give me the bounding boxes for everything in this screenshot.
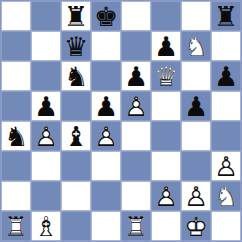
pawn-glyph: ♟ bbox=[181, 91, 211, 121]
square-e8[interactable] bbox=[121, 1, 151, 31]
piece-black-pawn: ♟ bbox=[211, 61, 241, 91]
piece-white-queen: ♛♕ bbox=[151, 61, 181, 91]
square-e1[interactable]: ♜♖ bbox=[121, 211, 151, 241]
square-a5[interactable] bbox=[1, 91, 31, 121]
square-g2[interactable]: ♟♙ bbox=[181, 181, 211, 211]
square-d6[interactable] bbox=[91, 61, 121, 91]
square-a4[interactable]: ♞ bbox=[1, 121, 31, 151]
piece-white-pawn: ♟♙ bbox=[31, 121, 61, 151]
piece-white-pawn: ♟♙ bbox=[181, 181, 211, 211]
square-h7[interactable] bbox=[211, 31, 241, 61]
square-f8[interactable] bbox=[151, 1, 181, 31]
pawn-outline: ♙ bbox=[121, 91, 151, 121]
square-d7[interactable] bbox=[91, 31, 121, 61]
piece-white-pawn: ♟♙ bbox=[151, 181, 181, 211]
piece-black-rook: ♜ bbox=[211, 1, 241, 31]
square-a8[interactable] bbox=[1, 1, 31, 31]
square-a7[interactable] bbox=[1, 31, 31, 61]
square-c5[interactable] bbox=[61, 91, 91, 121]
square-c6[interactable]: ♞ bbox=[61, 61, 91, 91]
square-d2[interactable] bbox=[91, 181, 121, 211]
piece-black-knight: ♞ bbox=[61, 61, 91, 91]
piece-white-knight: ♞♘ bbox=[181, 31, 211, 61]
piece-black-pawn: ♟ bbox=[31, 91, 61, 121]
square-h6[interactable]: ♟ bbox=[211, 61, 241, 91]
square-d1[interactable] bbox=[91, 211, 121, 241]
piece-black-king: ♚ bbox=[91, 1, 121, 31]
piece-white-bishop: ♝♗ bbox=[31, 211, 61, 241]
piece-black-queen: ♛ bbox=[61, 31, 91, 61]
square-d5[interactable]: ♟ bbox=[91, 91, 121, 121]
piece-black-bishop: ♝ bbox=[61, 121, 91, 151]
square-a6[interactable] bbox=[1, 61, 31, 91]
knight-outline: ♘ bbox=[181, 31, 211, 61]
square-e3[interactable] bbox=[121, 151, 151, 181]
pawn-outline: ♙ bbox=[181, 181, 211, 211]
square-g7[interactable]: ♞♘ bbox=[181, 31, 211, 61]
square-b6[interactable] bbox=[31, 61, 61, 91]
square-b7[interactable] bbox=[31, 31, 61, 61]
square-d4[interactable]: ♟♙ bbox=[91, 121, 121, 151]
square-h5[interactable] bbox=[211, 91, 241, 121]
square-f6[interactable]: ♛♕ bbox=[151, 61, 181, 91]
square-b2[interactable] bbox=[31, 181, 61, 211]
square-h3[interactable]: ♟♙ bbox=[211, 151, 241, 181]
square-g4[interactable] bbox=[181, 121, 211, 151]
square-e6[interactable]: ♟ bbox=[121, 61, 151, 91]
piece-white-rook: ♜♖ bbox=[121, 211, 151, 241]
square-e5[interactable]: ♟♙ bbox=[121, 91, 151, 121]
piece-black-pawn: ♟ bbox=[121, 61, 151, 91]
pawn-outline: ♙ bbox=[211, 151, 241, 181]
square-f3[interactable] bbox=[151, 151, 181, 181]
square-h1[interactable] bbox=[211, 211, 241, 241]
square-a2[interactable] bbox=[1, 181, 31, 211]
square-b5[interactable]: ♟ bbox=[31, 91, 61, 121]
square-a1[interactable]: ♜♖ bbox=[1, 211, 31, 241]
chess-board: ♜♚♜♛♟♞♘♞♟♛♕♟♟♟♟♙♟♞♟♙♝♟♙♟♙♟♙♟♙♞♘♜♖♝♗♜♖♚♔ bbox=[0, 0, 242, 242]
knight-outline: ♘ bbox=[211, 181, 241, 211]
pawn-glyph: ♟ bbox=[121, 61, 151, 91]
piece-black-pawn: ♟ bbox=[151, 31, 181, 61]
square-h4[interactable] bbox=[211, 121, 241, 151]
piece-white-king: ♚♔ bbox=[181, 211, 211, 241]
square-e4[interactable] bbox=[121, 121, 151, 151]
piece-white-knight: ♞♘ bbox=[211, 181, 241, 211]
bishop-outline: ♗ bbox=[31, 211, 61, 241]
square-c1[interactable] bbox=[61, 211, 91, 241]
square-a3[interactable] bbox=[1, 151, 31, 181]
piece-black-pawn: ♟ bbox=[181, 91, 211, 121]
rook-outline: ♖ bbox=[1, 211, 31, 241]
square-f1[interactable] bbox=[151, 211, 181, 241]
rook-glyph: ♜ bbox=[211, 1, 241, 31]
square-b1[interactable]: ♝♗ bbox=[31, 211, 61, 241]
queen-outline: ♕ bbox=[151, 61, 181, 91]
square-e7[interactable] bbox=[121, 31, 151, 61]
square-f4[interactable] bbox=[151, 121, 181, 151]
square-h8[interactable]: ♜ bbox=[211, 1, 241, 31]
pawn-glyph: ♟ bbox=[91, 91, 121, 121]
square-e2[interactable] bbox=[121, 181, 151, 211]
square-f5[interactable] bbox=[151, 91, 181, 121]
square-c3[interactable] bbox=[61, 151, 91, 181]
square-c2[interactable] bbox=[61, 181, 91, 211]
square-d3[interactable] bbox=[91, 151, 121, 181]
knight-glyph: ♞ bbox=[1, 121, 31, 151]
square-c4[interactable]: ♝ bbox=[61, 121, 91, 151]
piece-black-knight: ♞ bbox=[1, 121, 31, 151]
square-c7[interactable]: ♛ bbox=[61, 31, 91, 61]
square-h2[interactable]: ♞♘ bbox=[211, 181, 241, 211]
pawn-glyph: ♟ bbox=[151, 31, 181, 61]
piece-black-pawn: ♟ bbox=[91, 91, 121, 121]
rook-glyph: ♜ bbox=[61, 1, 91, 31]
square-d8[interactable]: ♚ bbox=[91, 1, 121, 31]
square-c8[interactable]: ♜ bbox=[61, 1, 91, 31]
square-g1[interactable]: ♚♔ bbox=[181, 211, 211, 241]
king-glyph: ♚ bbox=[91, 1, 121, 31]
square-f2[interactable]: ♟♙ bbox=[151, 181, 181, 211]
square-g3[interactable] bbox=[181, 151, 211, 181]
knight-glyph: ♞ bbox=[61, 61, 91, 91]
queen-glyph: ♛ bbox=[61, 31, 91, 61]
piece-white-pawn: ♟♙ bbox=[91, 121, 121, 151]
square-g6[interactable] bbox=[181, 61, 211, 91]
pawn-outline: ♙ bbox=[31, 121, 61, 151]
square-b4[interactable]: ♟♙ bbox=[31, 121, 61, 151]
pawn-outline: ♙ bbox=[91, 121, 121, 151]
pawn-glyph: ♟ bbox=[211, 61, 241, 91]
square-g8[interactable] bbox=[181, 1, 211, 31]
piece-black-rook: ♜ bbox=[61, 1, 91, 31]
bishop-glyph: ♝ bbox=[61, 121, 91, 151]
square-b8[interactable] bbox=[31, 1, 61, 31]
piece-white-pawn: ♟♙ bbox=[121, 91, 151, 121]
pawn-glyph: ♟ bbox=[31, 91, 61, 121]
pawn-outline: ♙ bbox=[151, 181, 181, 211]
king-outline: ♔ bbox=[181, 211, 211, 241]
square-f7[interactable]: ♟ bbox=[151, 31, 181, 61]
square-g5[interactable]: ♟ bbox=[181, 91, 211, 121]
rook-outline: ♖ bbox=[121, 211, 151, 241]
piece-white-pawn: ♟♙ bbox=[211, 151, 241, 181]
square-b3[interactable] bbox=[31, 151, 61, 181]
piece-white-rook: ♜♖ bbox=[1, 211, 31, 241]
